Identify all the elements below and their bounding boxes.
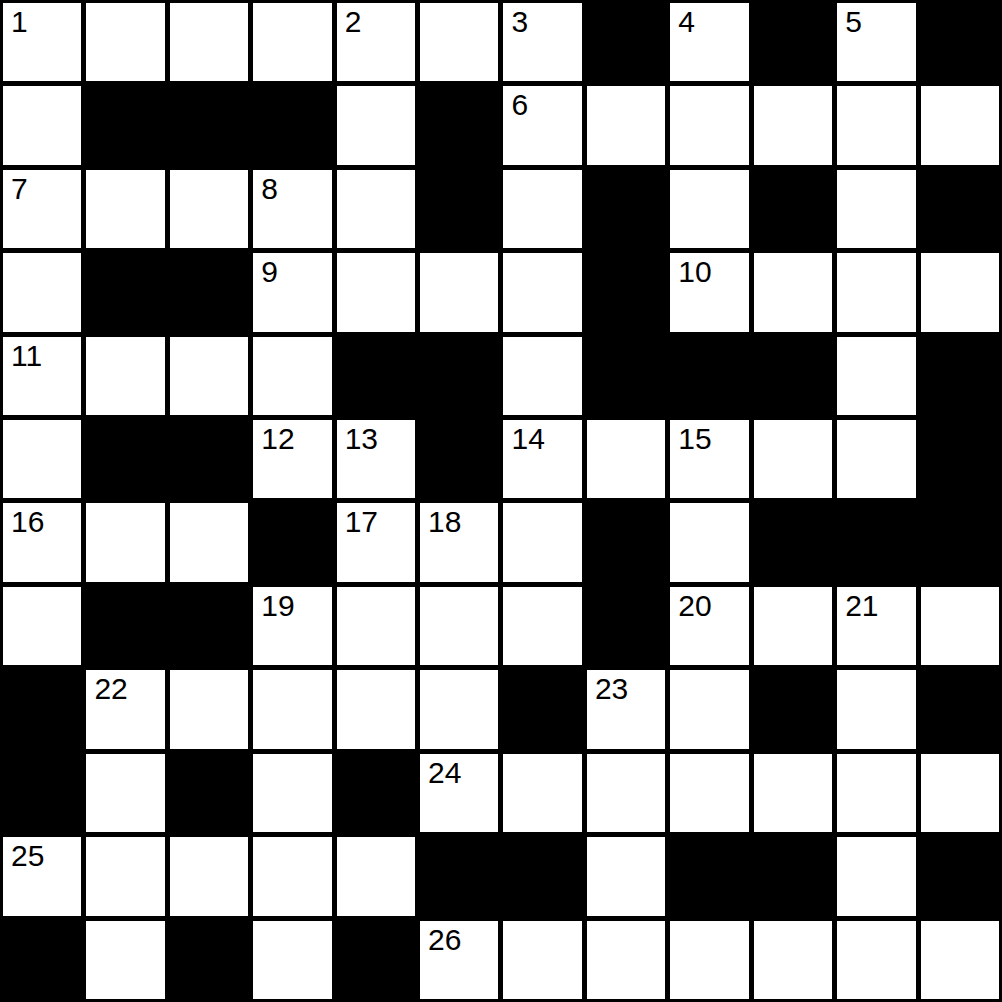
white-square[interactable]: [3, 587, 81, 665]
black-square: [86, 420, 164, 498]
white-square[interactable]: [253, 3, 331, 81]
black-square: [587, 170, 665, 248]
black-square: [170, 253, 248, 331]
white-square[interactable]: [86, 837, 164, 915]
white-square[interactable]: [503, 337, 581, 415]
white-square[interactable]: [670, 921, 748, 999]
clue-number: 11: [11, 340, 42, 372]
white-square[interactable]: 10: [670, 253, 748, 331]
clue-number: 1: [11, 6, 28, 38]
white-square[interactable]: [86, 3, 164, 81]
black-square: [670, 837, 748, 915]
black-square: [86, 86, 164, 164]
white-square[interactable]: [253, 670, 331, 748]
black-square: [170, 921, 248, 999]
white-square[interactable]: [587, 420, 665, 498]
white-square[interactable]: [921, 587, 999, 665]
white-square[interactable]: [754, 587, 832, 665]
white-square[interactable]: [837, 253, 915, 331]
black-square: [3, 921, 81, 999]
white-square[interactable]: [921, 253, 999, 331]
white-square[interactable]: [337, 837, 415, 915]
white-square[interactable]: [670, 503, 748, 581]
black-square: [921, 503, 999, 581]
white-square[interactable]: 9: [253, 253, 331, 331]
white-square[interactable]: [337, 587, 415, 665]
black-square: [253, 503, 331, 581]
white-square[interactable]: [3, 420, 81, 498]
black-square: [3, 670, 81, 748]
white-square[interactable]: [670, 670, 748, 748]
white-square[interactable]: [754, 420, 832, 498]
white-square[interactable]: [837, 670, 915, 748]
black-square: [921, 837, 999, 915]
black-square: [170, 754, 248, 832]
white-square[interactable]: 3: [503, 3, 581, 81]
white-square[interactable]: [503, 503, 581, 581]
white-square[interactable]: [670, 754, 748, 832]
black-square: [754, 170, 832, 248]
white-square[interactable]: 21: [837, 587, 915, 665]
black-square: [754, 837, 832, 915]
white-square[interactable]: [86, 754, 164, 832]
black-square: [921, 170, 999, 248]
white-square[interactable]: [503, 921, 581, 999]
white-square[interactable]: 13: [337, 420, 415, 498]
white-square[interactable]: 19: [253, 587, 331, 665]
white-square[interactable]: [170, 837, 248, 915]
clue-number: 2: [345, 6, 362, 38]
black-square: [420, 170, 498, 248]
white-square[interactable]: [253, 754, 331, 832]
clue-number: 22: [94, 673, 127, 705]
white-square[interactable]: [754, 754, 832, 832]
clue-number: 25: [11, 840, 44, 872]
white-square[interactable]: 18: [420, 503, 498, 581]
black-square: [170, 587, 248, 665]
white-square[interactable]: 24: [420, 754, 498, 832]
clue-number: 16: [11, 506, 44, 538]
white-square[interactable]: 23: [587, 670, 665, 748]
black-square: [670, 337, 748, 415]
white-square[interactable]: [420, 253, 498, 331]
white-square[interactable]: [170, 3, 248, 81]
white-square[interactable]: [86, 503, 164, 581]
white-square[interactable]: [587, 86, 665, 164]
white-square[interactable]: [754, 86, 832, 164]
clue-number: 7: [11, 173, 28, 205]
white-square[interactable]: [670, 86, 748, 164]
white-square[interactable]: 17: [337, 503, 415, 581]
white-square[interactable]: [837, 837, 915, 915]
white-square[interactable]: 20: [670, 587, 748, 665]
black-square: [754, 670, 832, 748]
black-square: [587, 337, 665, 415]
black-square: [754, 3, 832, 81]
white-square[interactable]: 14: [503, 420, 581, 498]
white-square[interactable]: 7: [3, 170, 81, 248]
white-square[interactable]: [503, 754, 581, 832]
clue-number: 26: [428, 924, 461, 956]
white-square[interactable]: [754, 921, 832, 999]
white-square[interactable]: [170, 337, 248, 415]
clue-number: 21: [845, 590, 878, 622]
white-square[interactable]: [587, 754, 665, 832]
white-square[interactable]: 5: [837, 3, 915, 81]
white-square[interactable]: [837, 420, 915, 498]
white-square[interactable]: [921, 754, 999, 832]
white-square[interactable]: [3, 86, 81, 164]
black-square: [754, 337, 832, 415]
clue-number: 12: [261, 423, 294, 455]
black-square: [837, 503, 915, 581]
clue-number: 9: [261, 256, 278, 288]
clue-number: 3: [511, 6, 528, 38]
white-square[interactable]: [170, 503, 248, 581]
black-square: [587, 3, 665, 81]
black-square: [503, 670, 581, 748]
white-square[interactable]: 22: [86, 670, 164, 748]
clue-number: 13: [345, 423, 378, 455]
white-square[interactable]: [837, 86, 915, 164]
white-square[interactable]: [420, 670, 498, 748]
black-square: [170, 86, 248, 164]
white-square[interactable]: 2: [337, 3, 415, 81]
white-square[interactable]: 11: [3, 337, 81, 415]
black-square: [587, 587, 665, 665]
white-square[interactable]: 26: [420, 921, 498, 999]
black-square: [3, 754, 81, 832]
white-square[interactable]: [337, 670, 415, 748]
clue-number: 5: [845, 6, 862, 38]
clue-number: 17: [345, 506, 378, 538]
black-square: [587, 253, 665, 331]
white-square[interactable]: [86, 170, 164, 248]
white-square[interactable]: 15: [670, 420, 748, 498]
white-square[interactable]: [86, 921, 164, 999]
clue-number: 10: [678, 256, 711, 288]
clue-number: 18: [428, 506, 461, 538]
white-square[interactable]: [921, 86, 999, 164]
white-square[interactable]: 6: [503, 86, 581, 164]
clue-number: 14: [511, 423, 544, 455]
white-square[interactable]: [253, 337, 331, 415]
white-square[interactable]: [253, 837, 331, 915]
black-square: [420, 420, 498, 498]
white-square[interactable]: [337, 86, 415, 164]
black-square: [921, 3, 999, 81]
white-square[interactable]: [837, 754, 915, 832]
clue-number: 24: [428, 757, 461, 789]
white-square[interactable]: [754, 253, 832, 331]
white-square[interactable]: [837, 921, 915, 999]
white-square[interactable]: [587, 837, 665, 915]
white-square[interactable]: 4: [670, 3, 748, 81]
black-square: [253, 86, 331, 164]
white-square[interactable]: [837, 170, 915, 248]
white-square[interactable]: [3, 253, 81, 331]
clue-number: 4: [678, 6, 695, 38]
black-square: [86, 253, 164, 331]
black-square: [921, 337, 999, 415]
white-square[interactable]: [337, 170, 415, 248]
white-square[interactable]: 25: [3, 837, 81, 915]
white-square[interactable]: [420, 3, 498, 81]
crossword-grid: 1234567891011121314151617181920212223242…: [0, 0, 1002, 1002]
white-square[interactable]: [420, 587, 498, 665]
white-square[interactable]: [170, 670, 248, 748]
white-square[interactable]: [587, 921, 665, 999]
clue-number: 15: [678, 423, 711, 455]
black-square: [337, 754, 415, 832]
black-square: [337, 921, 415, 999]
black-square: [420, 837, 498, 915]
black-square: [921, 420, 999, 498]
white-square[interactable]: 16: [3, 503, 81, 581]
black-square: [170, 420, 248, 498]
black-square: [337, 337, 415, 415]
black-square: [754, 503, 832, 581]
white-square[interactable]: [837, 337, 915, 415]
black-square: [420, 337, 498, 415]
clue-number: 8: [261, 173, 278, 205]
white-square[interactable]: 8: [253, 170, 331, 248]
black-square: [921, 670, 999, 748]
white-square[interactable]: [503, 170, 581, 248]
clue-number: 6: [511, 89, 528, 121]
clue-number: 23: [595, 673, 628, 705]
white-square[interactable]: [503, 253, 581, 331]
black-square: [503, 837, 581, 915]
white-square[interactable]: [253, 921, 331, 999]
clue-number: 19: [261, 590, 294, 622]
white-square[interactable]: [921, 921, 999, 999]
clue-number: 20: [678, 590, 711, 622]
white-square[interactable]: [170, 170, 248, 248]
white-square[interactable]: [670, 170, 748, 248]
black-square: [86, 587, 164, 665]
black-square: [420, 86, 498, 164]
white-square[interactable]: 1: [3, 3, 81, 81]
white-square[interactable]: [503, 587, 581, 665]
white-square[interactable]: [86, 337, 164, 415]
black-square: [587, 503, 665, 581]
white-square[interactable]: [337, 253, 415, 331]
white-square[interactable]: 12: [253, 420, 331, 498]
